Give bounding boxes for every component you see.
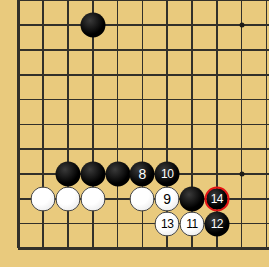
- grid-line-vertical: [17, 0, 20, 13]
- grid-line-horizontal: [204, 124, 229, 126]
- grid-line-horizontal: [18, 74, 30, 76]
- grid-line-horizontal: [204, 173, 229, 175]
- stone-black-J2: 12: [204, 211, 229, 236]
- board-cell-c8r1[interactable]: [180, 0, 205, 13]
- grid-line-horizontal: [204, 24, 229, 26]
- stone-white-C3: [55, 186, 80, 211]
- board-cell-c10r11[interactable]: [229, 236, 254, 261]
- grid-line-horizontal: [254, 74, 269, 76]
- stone-black-H3: [179, 186, 204, 211]
- stone-white-B3: [31, 186, 56, 211]
- grid-line-horizontal: [254, 49, 269, 51]
- board-cell-c9r1[interactable]: [204, 0, 229, 13]
- board-cell-c4r9[interactable]: [80, 186, 105, 211]
- board-cell-c1r5[interactable]: [6, 87, 31, 112]
- board-cell-c4r5[interactable]: [80, 87, 105, 112]
- board-cell-c5r11[interactable]: [105, 236, 130, 261]
- board-cell-c1r6[interactable]: [6, 112, 31, 137]
- grid-line-horizontal: [80, 74, 105, 76]
- grid-line-horizontal: [204, 74, 229, 76]
- grid-line-horizontal: [229, 49, 254, 51]
- grid-line-horizontal: [130, 49, 155, 51]
- grid-line-horizontal: [155, 124, 180, 126]
- board-cell-c7r1[interactable]: [155, 0, 180, 13]
- grid-line-horizontal: [31, 247, 56, 251]
- board-cell-c2r3[interactable]: [31, 38, 56, 63]
- board-cell-c9r11[interactable]: [204, 236, 229, 261]
- board-cell-c11r5[interactable]: [254, 87, 269, 112]
- move-number: 9: [163, 192, 171, 206]
- board-cell-c3r4[interactable]: [56, 62, 81, 87]
- stone-black-E4: [105, 161, 130, 186]
- board-cell-c4r3[interactable]: [80, 38, 105, 63]
- grid-line-horizontal: [180, 49, 205, 51]
- grid-line-horizontal: [155, 0, 180, 1]
- board-cell-c11r2[interactable]: [254, 13, 269, 38]
- board-cell-c7r10[interactable]: 13: [155, 211, 180, 236]
- grid-line-horizontal: [254, 247, 269, 251]
- board-cell-c3r8[interactable]: [56, 162, 81, 187]
- board-cell-c8r3[interactable]: [180, 38, 205, 63]
- board-cell-c4r2[interactable]: [80, 13, 105, 38]
- board-cell-c7r8[interactable]: 10: [155, 162, 180, 187]
- grid-line-horizontal: [130, 124, 155, 126]
- board-cell-c11r6[interactable]: [254, 112, 269, 137]
- grid-line-horizontal: [254, 0, 269, 1]
- board-cell-c1r11[interactable]: [6, 236, 31, 261]
- board-cell-c8r11[interactable]: [180, 236, 205, 261]
- grid-line-horizontal: [56, 223, 81, 225]
- grid-line-vertical: [241, 0, 243, 13]
- go-board: 810914131112: [6, 0, 269, 261]
- grid-line-horizontal: [155, 49, 180, 51]
- grid-line-horizontal: [18, 173, 30, 175]
- board-cell-c8r7[interactable]: [180, 137, 205, 162]
- grid-line-horizontal: [18, 148, 30, 150]
- board-cell-c5r8[interactable]: [105, 162, 130, 187]
- grid-line-horizontal: [254, 99, 269, 101]
- grid-line-horizontal: [130, 223, 155, 225]
- stone-black-J3-last-move: 14: [204, 186, 229, 211]
- stone-black-D10: [80, 13, 105, 38]
- grid-line-horizontal: [204, 99, 229, 101]
- grid-line-horizontal: [105, 148, 130, 150]
- board-cell-c3r1[interactable]: [56, 0, 81, 13]
- board-cell-c11r11[interactable]: [254, 236, 269, 261]
- stone-black-F4: 8: [130, 161, 155, 186]
- grid-line-horizontal: [229, 247, 254, 251]
- grid-line-horizontal: [80, 99, 105, 101]
- board-cell-c8r10[interactable]: 11: [180, 211, 205, 236]
- board-cell-c7r9[interactable]: 9: [155, 186, 180, 211]
- grid-line-horizontal: [105, 124, 130, 126]
- board-cell-c3r6[interactable]: [56, 112, 81, 137]
- board-cell-c4r8[interactable]: [80, 162, 105, 187]
- stone-black-C4: [55, 161, 80, 186]
- grid-line-horizontal: [80, 0, 105, 1]
- grid-line-horizontal: [204, 0, 229, 1]
- grid-line-horizontal: [18, 0, 30, 1]
- board-cell-c8r8[interactable]: [180, 162, 205, 187]
- board-cell-c2r6[interactable]: [31, 112, 56, 137]
- grid-line-vertical: [92, 0, 94, 13]
- board-cell-c11r7[interactable]: [254, 137, 269, 162]
- grid-line-horizontal: [18, 124, 30, 126]
- board-cell-c6r7[interactable]: [130, 137, 155, 162]
- board-cell-c1r8[interactable]: [6, 162, 31, 187]
- grid-line-horizontal: [18, 24, 30, 26]
- board-cell-c5r10[interactable]: [105, 211, 130, 236]
- move-number: 10: [161, 168, 173, 180]
- grid-line-horizontal: [80, 247, 105, 251]
- grid-line-horizontal: [80, 49, 105, 51]
- board-cell-c9r7[interactable]: [204, 137, 229, 162]
- board-cell-c3r11[interactable]: [56, 236, 81, 261]
- grid-line-horizontal: [155, 74, 180, 76]
- grid-line-horizontal: [31, 148, 56, 150]
- board-cell-c8r4[interactable]: [180, 62, 205, 87]
- grid-line-horizontal: [31, 173, 56, 175]
- grid-line-horizontal: [105, 99, 130, 101]
- grid-line-horizontal: [254, 198, 269, 200]
- board-cell-c11r3[interactable]: [254, 38, 269, 63]
- grid-line-horizontal: [155, 99, 180, 101]
- grid-line-horizontal: [204, 247, 229, 251]
- grid-line-horizontal: [18, 223, 30, 225]
- grid-line-vertical: [67, 0, 69, 13]
- stone-white-F3: [130, 186, 155, 211]
- grid-line-horizontal: [105, 198, 130, 200]
- grid-line-horizontal: [155, 24, 180, 26]
- board-cell-c2r5[interactable]: [31, 87, 56, 112]
- grid-line-horizontal: [18, 99, 30, 101]
- grid-line-horizontal: [105, 49, 130, 51]
- board-cell-c4r10[interactable]: [80, 211, 105, 236]
- board-cell-c5r1[interactable]: [105, 0, 130, 13]
- board-cell-c2r11[interactable]: [31, 236, 56, 261]
- grid-line-horizontal: [56, 24, 81, 26]
- board-cell-c9r6[interactable]: [204, 112, 229, 137]
- board-cell-c4r11[interactable]: [80, 236, 105, 261]
- board-cell-c6r6[interactable]: [130, 112, 155, 137]
- board-cell-c1r1[interactable]: [6, 0, 31, 13]
- board-cell-c8r5[interactable]: [180, 87, 205, 112]
- grid-line-horizontal: [180, 124, 205, 126]
- grid-line-horizontal: [229, 223, 254, 225]
- board-cell-c5r6[interactable]: [105, 112, 130, 137]
- grid-line-horizontal: [18, 247, 30, 251]
- grid-line-horizontal: [155, 148, 180, 150]
- move-number: 11: [186, 218, 197, 230]
- grid-line-horizontal: [130, 148, 155, 150]
- move-number: 12: [211, 218, 223, 230]
- board-cell-c9r10[interactable]: 12: [204, 211, 229, 236]
- grid-line-horizontal: [105, 74, 130, 76]
- grid-line-horizontal: [31, 74, 56, 76]
- grid-line-horizontal: [31, 99, 56, 101]
- board-cell-c6r4[interactable]: [130, 62, 155, 87]
- board-cell-c5r5[interactable]: [105, 87, 130, 112]
- star-point-K4: [239, 171, 244, 176]
- stone-black-D4: [80, 161, 105, 186]
- board-cell-c9r3[interactable]: [204, 38, 229, 63]
- grid-line-horizontal: [130, 0, 155, 1]
- go-diagram: 810914131112: [0, 0, 269, 267]
- grid-line-horizontal: [105, 223, 130, 225]
- board-cell-c1r3[interactable]: [6, 38, 31, 63]
- board-cell-c1r9[interactable]: [6, 186, 31, 211]
- board-cell-c6r11[interactable]: [130, 236, 155, 261]
- board-cell-c5r3[interactable]: [105, 38, 130, 63]
- board-cell-c2r7[interactable]: [31, 137, 56, 162]
- board-cell-c8r6[interactable]: [180, 112, 205, 137]
- board-cell-c1r7[interactable]: [6, 137, 31, 162]
- board-cell-c6r10[interactable]: [130, 211, 155, 236]
- grid-line-horizontal: [130, 24, 155, 26]
- grid-line-horizontal: [105, 0, 130, 1]
- grid-line-horizontal: [254, 148, 269, 150]
- board-cell-c2r9[interactable]: [31, 186, 56, 211]
- grid-line-horizontal: [180, 74, 205, 76]
- board-cell-c7r3[interactable]: [155, 38, 180, 63]
- grid-line-horizontal: [229, 124, 254, 126]
- grid-line-horizontal: [180, 247, 205, 251]
- board-cell-c7r2[interactable]: [155, 13, 180, 38]
- board-cell-c7r6[interactable]: [155, 112, 180, 137]
- board-cell-c3r2[interactable]: [56, 13, 81, 38]
- stone-white-G2: 13: [155, 211, 180, 236]
- grid-line-horizontal: [18, 49, 30, 51]
- grid-line-vertical: [216, 0, 218, 13]
- board-cell-c10r2[interactable]: [229, 13, 254, 38]
- board-cell-c3r3[interactable]: [56, 38, 81, 63]
- board-cell-c2r4[interactable]: [31, 62, 56, 87]
- grid-line-horizontal: [18, 198, 30, 200]
- grid-line-vertical: [191, 0, 193, 13]
- board-cell-c11r4[interactable]: [254, 62, 269, 87]
- grid-line-horizontal: [56, 49, 81, 51]
- grid-line-horizontal: [56, 148, 81, 150]
- grid-line-horizontal: [130, 74, 155, 76]
- board-cell-c10r3[interactable]: [229, 38, 254, 63]
- stone-black-G4: 10: [155, 161, 180, 186]
- board-cell-c11r9[interactable]: [254, 186, 269, 211]
- grid-line-horizontal: [31, 124, 56, 126]
- grid-line-horizontal: [56, 0, 81, 1]
- board-cell-c2r1[interactable]: [31, 0, 56, 13]
- grid-line-horizontal: [254, 24, 269, 26]
- grid-line-horizontal: [180, 99, 205, 101]
- grid-line-horizontal: [254, 173, 269, 175]
- grid-line-horizontal: [31, 49, 56, 51]
- board-cell-c9r5[interactable]: [204, 87, 229, 112]
- grid-line-horizontal: [56, 247, 81, 251]
- board-cell-c1r4[interactable]: [6, 62, 31, 87]
- grid-line-horizontal: [130, 99, 155, 101]
- grid-line-horizontal: [31, 24, 56, 26]
- board-cell-c11r8[interactable]: [254, 162, 269, 187]
- board-cell-c10r1[interactable]: [229, 0, 254, 13]
- board-cell-c1r10[interactable]: [6, 211, 31, 236]
- grid-line-horizontal: [180, 148, 205, 150]
- board-cell-c2r8[interactable]: [31, 162, 56, 187]
- move-number: 13: [161, 218, 173, 230]
- grid-line-horizontal: [204, 148, 229, 150]
- board-cell-c6r5[interactable]: [130, 87, 155, 112]
- grid-line-horizontal: [155, 247, 180, 251]
- grid-line-horizontal: [180, 24, 205, 26]
- board-cell-c2r10[interactable]: [31, 211, 56, 236]
- board-cell-c5r4[interactable]: [105, 62, 130, 87]
- board-cell-c3r10[interactable]: [56, 211, 81, 236]
- stone-white-D3: [80, 186, 105, 211]
- move-number: 8: [138, 167, 146, 181]
- grid-line-vertical: [142, 0, 144, 13]
- board-cell-c10r8[interactable]: [229, 162, 254, 187]
- board-cell-c4r6[interactable]: [80, 112, 105, 137]
- board-cell-c4r4[interactable]: [80, 62, 105, 87]
- grid-line-vertical: [266, 0, 268, 13]
- board-cell-c9r4[interactable]: [204, 62, 229, 87]
- board-cell-c8r2[interactable]: [180, 13, 205, 38]
- grid-line-horizontal: [31, 0, 56, 1]
- grid-line-vertical: [166, 0, 168, 13]
- grid-line-horizontal: [254, 124, 269, 126]
- board-cell-c9r8[interactable]: [204, 162, 229, 187]
- grid-line-horizontal: [105, 24, 130, 26]
- board-cell-c7r7[interactable]: [155, 137, 180, 162]
- grid-line-horizontal: [80, 148, 105, 150]
- stone-white-G3: 9: [155, 186, 180, 211]
- board-cell-c3r7[interactable]: [56, 137, 81, 162]
- grid-line-horizontal: [105, 247, 130, 251]
- board-cell-c5r9[interactable]: [105, 186, 130, 211]
- grid-line-horizontal: [204, 49, 229, 51]
- grid-line-vertical: [117, 0, 119, 13]
- board-cell-c9r9[interactable]: 14: [204, 186, 229, 211]
- board-cell-c1r2[interactable]: [6, 13, 31, 38]
- board-cell-c10r10[interactable]: [229, 211, 254, 236]
- star-point-K10: [239, 23, 244, 28]
- board-cell-c10r7[interactable]: [229, 137, 254, 162]
- board-cell-c11r1[interactable]: [254, 0, 269, 13]
- board-cell-c4r7[interactable]: [80, 137, 105, 162]
- board-cell-c6r1[interactable]: [130, 0, 155, 13]
- board-cell-c6r8[interactable]: 8: [130, 162, 155, 187]
- move-number: 14: [211, 193, 223, 205]
- grid-line-horizontal: [56, 124, 81, 126]
- board-cell-c8r9[interactable]: [180, 186, 205, 211]
- board-cell-c7r5[interactable]: [155, 87, 180, 112]
- board-cell-c5r2[interactable]: [105, 13, 130, 38]
- board-cell-c10r4[interactable]: [229, 62, 254, 87]
- board-cell-c3r5[interactable]: [56, 87, 81, 112]
- grid-line-horizontal: [229, 0, 254, 1]
- grid-line-horizontal: [80, 124, 105, 126]
- board-cell-c6r9[interactable]: [130, 186, 155, 211]
- grid-line-horizontal: [254, 223, 269, 225]
- board-cell-c4r1[interactable]: [80, 0, 105, 13]
- board-cell-c6r2[interactable]: [130, 13, 155, 38]
- grid-line-horizontal: [31, 223, 56, 225]
- grid-line-horizontal: [180, 0, 205, 1]
- grid-line-horizontal: [56, 99, 81, 101]
- grid-line-horizontal: [229, 74, 254, 76]
- stone-white-H2: 11: [179, 211, 204, 236]
- board-cell-c7r4[interactable]: [155, 62, 180, 87]
- grid-line-horizontal: [80, 223, 105, 225]
- board-cell-c10r6[interactable]: [229, 112, 254, 137]
- grid-line-horizontal: [229, 198, 254, 200]
- grid-line-horizontal: [180, 173, 205, 175]
- board-cell-c6r3[interactable]: [130, 38, 155, 63]
- board-cell-c11r10[interactable]: [254, 211, 269, 236]
- board-cell-c10r5[interactable]: [229, 87, 254, 112]
- board-cell-c3r9[interactable]: [56, 186, 81, 211]
- board-cell-c5r7[interactable]: [105, 137, 130, 162]
- grid-line-horizontal: [130, 247, 155, 251]
- board-cell-c7r11[interactable]: [155, 236, 180, 261]
- board-cell-c10r9[interactable]: [229, 186, 254, 211]
- grid-line-horizontal: [229, 99, 254, 101]
- board-cell-c2r2[interactable]: [31, 13, 56, 38]
- grid-line-horizontal: [56, 74, 81, 76]
- grid-line-vertical: [42, 0, 44, 13]
- grid-line-horizontal: [229, 148, 254, 150]
- board-cell-c9r2[interactable]: [204, 13, 229, 38]
